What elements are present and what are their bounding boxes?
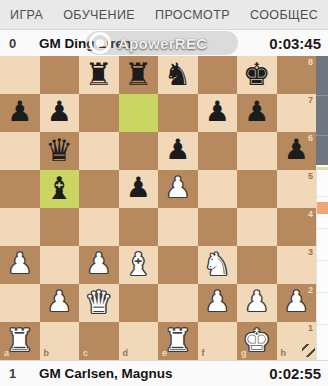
- square-a4[interactable]: [0, 208, 40, 246]
- square-a2[interactable]: [0, 284, 40, 322]
- rank-label-3: 3: [308, 248, 313, 257]
- square-d7[interactable]: [119, 94, 159, 132]
- square-e2[interactable]: [158, 284, 198, 322]
- white-knight: ♞: [203, 249, 231, 280]
- side-panel-divider: [316, 135, 328, 136]
- top-player-clock: 0:03:45: [269, 35, 321, 52]
- white-pawn: ♟: [7, 250, 32, 278]
- list-separator: [317, 196, 328, 197]
- square-b6[interactable]: ♛: [40, 132, 80, 170]
- square-e7[interactable]: [158, 94, 198, 132]
- square-d6[interactable]: [119, 132, 159, 170]
- square-a5[interactable]: [0, 170, 40, 208]
- bottom-player-clock: 0:02:55: [269, 365, 321, 382]
- square-e5[interactable]: ♟: [158, 170, 198, 208]
- file-label-d: d: [123, 349, 129, 358]
- square-d4[interactable]: [119, 208, 159, 246]
- black-bishop: ♝: [45, 173, 73, 204]
- square-f1[interactable]: f: [198, 322, 238, 360]
- menu-item-training[interactable]: ОБУЧЕНИЕ: [63, 8, 135, 22]
- square-h4[interactable]: 4: [277, 208, 317, 246]
- black-king: ♚: [243, 59, 271, 90]
- square-c6[interactable]: [79, 132, 119, 170]
- square-a7[interactable]: ♟: [0, 94, 40, 132]
- square-g1[interactable]: ♚g: [237, 322, 277, 360]
- player-bar-top: 0 GM Ding Liren 0:03:45: [0, 30, 328, 56]
- list-separator: [317, 228, 328, 229]
- square-d1[interactable]: d: [119, 322, 159, 360]
- file-label-f: f: [202, 349, 205, 358]
- rank-label-7: 7: [308, 96, 313, 105]
- square-d3[interactable]: ♝: [119, 246, 159, 284]
- black-knight: ♞: [164, 59, 192, 90]
- white-queen: ♛: [85, 287, 113, 318]
- square-a3[interactable]: ♟: [0, 246, 40, 284]
- square-e1[interactable]: ♜e: [158, 322, 198, 360]
- square-b8[interactable]: [40, 56, 80, 94]
- square-h7[interactable]: 7: [277, 94, 317, 132]
- menu-item-game[interactable]: ИГРА: [10, 8, 43, 22]
- white-rook: ♜: [164, 325, 192, 356]
- black-pawn: ♟: [165, 136, 190, 164]
- square-a6[interactable]: [0, 132, 40, 170]
- top-player-score: 0: [9, 36, 33, 51]
- bottom-player-name: GM Carlsen, Magnus: [39, 366, 173, 381]
- menu-bar: ИГРА ОБУЧЕНИЕ ПРОСМОТР СООБЩЕС: [0, 0, 328, 30]
- square-b1[interactable]: b: [40, 322, 80, 360]
- white-rook: ♜: [6, 325, 34, 356]
- square-d5[interactable]: ♟: [119, 170, 159, 208]
- square-g4[interactable]: [237, 208, 277, 246]
- rank-label-2: 2: [308, 286, 313, 295]
- rank-label-5: 5: [308, 172, 313, 181]
- black-rook: ♜: [124, 59, 152, 90]
- square-c8[interactable]: ♜: [79, 56, 119, 94]
- rank-label-1: 1: [308, 324, 313, 333]
- square-f8[interactable]: [198, 56, 238, 94]
- rank-label-4: 4: [308, 210, 313, 219]
- rank-label-6: 6: [308, 134, 313, 143]
- top-player-name: GM Ding Liren: [39, 36, 131, 51]
- black-pawn: ♟: [126, 174, 151, 202]
- square-g8[interactable]: ♚: [237, 56, 277, 94]
- square-c2[interactable]: ♛: [79, 284, 119, 322]
- file-label-e: e: [162, 349, 167, 358]
- file-label-c: c: [83, 349, 88, 358]
- black-pawn: ♟: [7, 98, 32, 126]
- white-pawn: ♟: [244, 288, 269, 316]
- square-c4[interactable]: [79, 208, 119, 246]
- square-a8[interactable]: [0, 56, 40, 94]
- chess-app-window: ИГРА ОБУЧЕНИЕ ПРОСМОТР СООБЩЕС 0 GM Ding…: [0, 0, 328, 386]
- square-b3[interactable]: [40, 246, 80, 284]
- list-separator: [317, 260, 328, 261]
- black-pawn: ♟: [284, 136, 309, 164]
- square-g6[interactable]: [237, 132, 277, 170]
- square-b2[interactable]: ♟: [40, 284, 80, 322]
- side-panel-list-strip: [316, 165, 328, 360]
- square-b4[interactable]: [40, 208, 80, 246]
- white-king: ♚: [243, 325, 271, 356]
- file-label-g: g: [241, 349, 247, 358]
- square-f7[interactable]: ♟: [198, 94, 238, 132]
- square-f3[interactable]: ♞: [198, 246, 238, 284]
- black-rook: ♜: [85, 59, 113, 90]
- square-g2[interactable]: ♟: [237, 284, 277, 322]
- bottom-player-score: 1: [9, 366, 33, 381]
- player-bar-bottom: 1 GM Carlsen, Magnus 0:02:55: [0, 360, 328, 386]
- square-f4[interactable]: [198, 208, 238, 246]
- square-g3[interactable]: [237, 246, 277, 284]
- square-e8[interactable]: ♞: [158, 56, 198, 94]
- side-panel-dark-strip: [316, 56, 328, 165]
- side-panel-divider: [316, 95, 328, 96]
- rank-label-8: 8: [308, 58, 313, 67]
- square-g7[interactable]: ♟: [237, 94, 277, 132]
- square-e3[interactable]: [158, 246, 198, 284]
- square-d8[interactable]: ♜: [119, 56, 159, 94]
- black-queen: ♛: [45, 135, 73, 166]
- square-e4[interactable]: [158, 208, 198, 246]
- square-f5[interactable]: [198, 170, 238, 208]
- square-b5[interactable]: ♝: [40, 170, 80, 208]
- white-pawn: ♟: [86, 250, 111, 278]
- square-g5[interactable]: [237, 170, 277, 208]
- square-h6[interactable]: ♟6: [277, 132, 317, 170]
- square-c5[interactable]: [79, 170, 119, 208]
- black-pawn: ♟: [205, 98, 230, 126]
- resize-grip-icon[interactable]: [302, 344, 315, 357]
- square-h3[interactable]: 3: [277, 246, 317, 284]
- scrollbar-thumb[interactable]: [317, 202, 328, 214]
- black-pawn: ♟: [244, 98, 269, 126]
- square-c7[interactable]: [79, 94, 119, 132]
- file-label-b: b: [44, 349, 50, 358]
- square-d2[interactable]: [119, 284, 159, 322]
- square-f6[interactable]: [198, 132, 238, 170]
- square-c1[interactable]: c: [79, 322, 119, 360]
- square-h2[interactable]: ♟2: [277, 284, 317, 322]
- list-separator: [317, 324, 328, 325]
- white-pawn: ♟: [284, 288, 309, 316]
- white-bishop: ♝: [124, 249, 152, 280]
- black-pawn: ♟: [47, 98, 72, 126]
- file-label-a: a: [4, 349, 9, 358]
- white-pawn: ♟: [47, 288, 72, 316]
- square-e6[interactable]: ♟: [158, 132, 198, 170]
- list-separator: [317, 292, 328, 293]
- square-b7[interactable]: ♟: [40, 94, 80, 132]
- white-pawn: ♟: [205, 288, 230, 316]
- square-a1[interactable]: ♜a: [0, 322, 40, 360]
- square-f2[interactable]: ♟: [198, 284, 238, 322]
- file-label-h: h: [281, 349, 287, 358]
- square-h8[interactable]: 8: [277, 56, 317, 94]
- square-c3[interactable]: ♟: [79, 246, 119, 284]
- square-h5[interactable]: 5: [277, 170, 317, 208]
- menu-item-view[interactable]: ПРОСМОТР: [155, 8, 230, 22]
- menu-item-community[interactable]: СООБЩЕС: [250, 8, 318, 22]
- white-pawn: ♟: [165, 174, 190, 202]
- chess-board[interactable]: ♜♜♞♚8♟♟♟♟7♛♟♟6♝♟♟54♟♟♝♞3♟♛♟♟♟2♜abcd♜ef♚g…: [0, 56, 316, 360]
- side-panel-item-highlight: [317, 167, 328, 170]
